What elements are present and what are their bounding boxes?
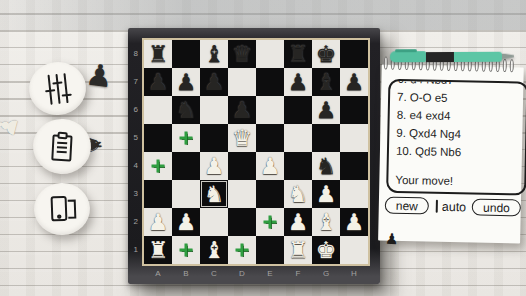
square-e8[interactable] xyxy=(256,40,284,68)
white-pawn: ♟ xyxy=(284,208,312,236)
square-g8[interactable]: ♚ xyxy=(312,40,340,68)
square-a3[interactable] xyxy=(144,180,172,208)
notepad-paper: 6. d4 Nbd7 7. O-O e5 8. e4 exd4 9. Qxd4 … xyxy=(378,65,524,244)
square-e7[interactable] xyxy=(256,68,284,96)
square-g2[interactable]: ♝ xyxy=(312,208,340,236)
move-hint-b1 xyxy=(180,244,193,257)
square-c3[interactable]: ♞ xyxy=(200,180,228,208)
square-e5[interactable] xyxy=(256,124,284,152)
rank-label-6: 6 xyxy=(128,96,141,124)
white-king: ♚ xyxy=(312,236,340,264)
board-squares: ♜♝♛♜♚♟♟♟♟♝♟♞♟♟♛♟♟♞♞♞♟♟♟♟♝♟♜♝♜♚ xyxy=(144,40,368,264)
square-a8[interactable]: ♜ xyxy=(144,40,172,68)
black-knight: ♞ xyxy=(312,152,340,180)
move-list-box: 6. d4 Nbd7 7. O-O e5 8. e4 exd4 9. Qxd4 … xyxy=(386,79,526,196)
rank-label-1: 1 xyxy=(128,236,141,264)
black-king: ♚ xyxy=(312,40,340,68)
rank-labels: 87654321 xyxy=(128,40,141,264)
square-h4[interactable] xyxy=(340,152,368,180)
black-bishop: ♝ xyxy=(312,68,340,96)
square-b6[interactable]: ♞ xyxy=(172,96,200,124)
white-rook: ♜ xyxy=(284,236,312,264)
square-h8[interactable] xyxy=(340,40,368,68)
rank-label-3: 3 xyxy=(128,180,141,208)
square-f5[interactable] xyxy=(284,124,312,152)
square-d6[interactable]: ♟ xyxy=(228,96,256,124)
auto-checkbox[interactable] xyxy=(436,200,438,213)
square-c1[interactable]: ♝ xyxy=(200,236,228,264)
square-e6[interactable] xyxy=(256,96,284,124)
white-pawn: ♟ xyxy=(256,152,284,180)
white-pawn: ♟ xyxy=(340,208,368,236)
undo-button[interactable]: undo xyxy=(472,198,521,216)
square-c5[interactable] xyxy=(200,124,228,152)
square-f7[interactable]: ♟ xyxy=(284,68,312,96)
rank-label-2: 2 xyxy=(128,208,141,236)
square-g4[interactable]: ♞ xyxy=(312,152,340,180)
menu-button-devices[interactable] xyxy=(33,182,91,236)
wall-shadow-band xyxy=(0,0,526,30)
square-d5[interactable]: ♛ xyxy=(228,124,256,152)
black-pawn: ♟ xyxy=(144,68,172,96)
square-b2[interactable]: ♟ xyxy=(172,208,200,236)
square-b7[interactable]: ♟ xyxy=(172,68,200,96)
square-g1[interactable]: ♚ xyxy=(312,236,340,264)
rank-label-8: 8 xyxy=(128,40,141,68)
new-button[interactable]: new xyxy=(385,197,429,215)
file-label-H: H xyxy=(340,266,368,282)
black-knight: ♞ xyxy=(172,96,200,124)
square-h2[interactable]: ♟ xyxy=(340,208,368,236)
square-g6[interactable]: ♟ xyxy=(312,96,340,124)
black-rook: ♜ xyxy=(144,40,172,68)
notepad-buttons: new auto undo xyxy=(385,197,515,217)
square-d1[interactable] xyxy=(228,236,256,264)
square-h1[interactable] xyxy=(340,236,368,264)
sliders-icon xyxy=(38,69,78,109)
clipboard-icon xyxy=(43,128,81,166)
square-a4[interactable] xyxy=(144,152,172,180)
square-d8[interactable]: ♛ xyxy=(228,40,256,68)
square-f3[interactable]: ♞ xyxy=(284,180,312,208)
square-h5[interactable] xyxy=(340,124,368,152)
square-h6[interactable] xyxy=(340,96,368,124)
white-bishop: ♝ xyxy=(312,208,340,236)
black-bishop: ♝ xyxy=(200,40,228,68)
square-b4[interactable] xyxy=(172,152,200,180)
square-h7[interactable]: ♟ xyxy=(340,68,368,96)
chess-board: 87654321 ♜♝♛♜♚♟♟♟♟♝♟♞♟♟♛♟♟♞♞♞♟♟♟♟♝♟♜♝♜♚ … xyxy=(128,28,380,284)
square-b5[interactable] xyxy=(172,124,200,152)
square-f8[interactable]: ♜ xyxy=(284,40,312,68)
square-f4[interactable] xyxy=(284,152,312,180)
square-e3[interactable] xyxy=(256,180,284,208)
move-hint-e2 xyxy=(264,216,277,229)
square-b8[interactable] xyxy=(172,40,200,68)
black-pawn: ♟ xyxy=(200,68,228,96)
white-bishop: ♝ xyxy=(200,236,228,264)
white-pawn: ♟ xyxy=(312,180,340,208)
file-label-G: G xyxy=(312,266,340,282)
square-c8[interactable]: ♝ xyxy=(200,40,228,68)
square-c6[interactable] xyxy=(200,96,228,124)
move-hint-d1 xyxy=(236,244,249,257)
auto-label: auto xyxy=(442,199,467,214)
move-line: 10. Qd5 Nb6 xyxy=(396,142,518,163)
square-g5[interactable] xyxy=(312,124,340,152)
square-g7[interactable]: ♝ xyxy=(312,68,340,96)
file-label-B: B xyxy=(172,266,200,282)
black-pawn: ♟ xyxy=(340,68,368,96)
white-knight: ♞ xyxy=(284,180,312,208)
black-pawn: ♟ xyxy=(312,96,340,124)
white-queen: ♛ xyxy=(228,124,256,152)
move-hint-a4 xyxy=(152,160,165,173)
black-pawn: ♟ xyxy=(228,96,256,124)
square-a1[interactable]: ♜ xyxy=(144,236,172,264)
notepad: 6. d4 Nbd7 7. O-O e5 8. e4 exd4 9. Qxd4 … xyxy=(378,49,524,252)
devices-icon xyxy=(43,190,80,227)
square-f1[interactable]: ♜ xyxy=(284,236,312,264)
black-pawn: ♟ xyxy=(284,68,312,96)
file-label-E: E xyxy=(256,266,284,282)
file-labels: ABCDEFGH xyxy=(144,266,368,282)
square-c4[interactable]: ♟ xyxy=(200,152,228,180)
square-f2[interactable]: ♟ xyxy=(284,208,312,236)
square-a6[interactable] xyxy=(144,96,172,124)
fallen-black-pawn: ♟ xyxy=(84,56,115,94)
move-hint-b5 xyxy=(180,132,193,145)
fallen-white-pawn: ♟ xyxy=(0,112,24,140)
square-f6[interactable] xyxy=(284,96,312,124)
rank-label-4: 4 xyxy=(128,152,141,180)
white-pawn: ♟ xyxy=(172,208,200,236)
file-label-A: A xyxy=(144,266,172,282)
black-rook: ♜ xyxy=(284,40,312,68)
white-pawn: ♟ xyxy=(144,208,172,236)
square-a7[interactable]: ♟ xyxy=(144,68,172,96)
white-rook: ♜ xyxy=(144,236,172,264)
white-pawn: ♟ xyxy=(200,152,228,180)
file-label-C: C xyxy=(200,266,228,282)
square-d2[interactable] xyxy=(228,208,256,236)
square-e2[interactable] xyxy=(256,208,284,236)
square-a2[interactable]: ♟ xyxy=(144,208,172,236)
black-pawn: ♟ xyxy=(172,68,200,96)
square-d7[interactable] xyxy=(228,68,256,96)
menu-button-settings[interactable] xyxy=(26,59,88,118)
square-a5[interactable] xyxy=(144,124,172,152)
status-text: Your move! xyxy=(395,171,517,192)
chess-app-scene: { "game": "chess", "position": { "fen": … xyxy=(0,0,526,296)
square-d4[interactable] xyxy=(228,152,256,180)
square-h3[interactable] xyxy=(340,180,368,208)
file-label-D: D xyxy=(228,266,256,282)
black-queen: ♛ xyxy=(228,40,256,68)
file-label-F: F xyxy=(284,266,312,282)
square-g3[interactable]: ♟ xyxy=(312,180,340,208)
square-b1[interactable] xyxy=(172,236,200,264)
menu-button-movelist[interactable] xyxy=(32,118,93,176)
pen xyxy=(390,51,514,63)
square-b3[interactable] xyxy=(172,180,200,208)
rank-label-7: 7 xyxy=(128,68,141,96)
square-c7[interactable]: ♟ xyxy=(200,68,228,96)
board-inner-edge: ♜♝♛♜♚♟♟♟♟♝♟♞♟♟♛♟♟♞♞♞♟♟♟♟♝♟♜♝♜♚ xyxy=(142,38,370,266)
square-e4[interactable]: ♟ xyxy=(256,152,284,180)
square-c2[interactable] xyxy=(200,208,228,236)
rank-label-5: 5 xyxy=(128,124,141,152)
square-d3[interactable] xyxy=(228,180,256,208)
square-e1[interactable] xyxy=(256,236,284,264)
selection-frame xyxy=(201,181,227,207)
